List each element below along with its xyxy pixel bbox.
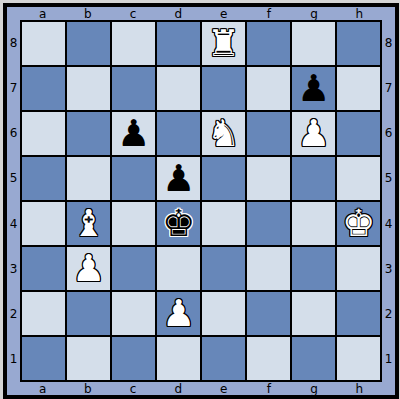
rank-label-1: 1 xyxy=(385,337,393,382)
square-e1[interactable] xyxy=(202,337,245,380)
square-c8[interactable] xyxy=(112,22,155,65)
square-d7[interactable] xyxy=(157,67,200,110)
square-h5[interactable] xyxy=(337,157,380,200)
square-g4[interactable] xyxy=(292,202,335,245)
square-g3[interactable] xyxy=(292,247,335,290)
rank-label-6: 6 xyxy=(385,111,393,156)
coordinate-band: abcdefgh 87654321 ♜♟♟♞♟♟♝♚♚♟♟ 87654321 a… xyxy=(7,7,395,395)
piece-white-pawn: ♟ xyxy=(72,250,105,287)
file-label-f: f xyxy=(246,383,291,395)
file-label-e: e xyxy=(201,8,246,20)
rank-labels-right: 87654321 xyxy=(382,20,395,382)
square-b5[interactable] xyxy=(67,157,110,200)
square-a6[interactable] xyxy=(22,112,65,155)
square-e6[interactable]: ♞ xyxy=(202,112,245,155)
square-a1[interactable] xyxy=(22,337,65,380)
square-h4[interactable]: ♚ xyxy=(337,202,380,245)
rank-label-4: 4 xyxy=(385,201,393,246)
square-b7[interactable] xyxy=(67,67,110,110)
square-b6[interactable] xyxy=(67,112,110,155)
square-f5[interactable] xyxy=(247,157,290,200)
square-g7[interactable]: ♟ xyxy=(292,67,335,110)
piece-white-king: ♚ xyxy=(342,205,375,242)
file-label-e: e xyxy=(201,383,246,395)
square-d1[interactable] xyxy=(157,337,200,380)
rank-label-8: 8 xyxy=(385,20,393,65)
file-label-f: f xyxy=(246,8,291,20)
square-h3[interactable] xyxy=(337,247,380,290)
piece-white-bishop: ♝ xyxy=(72,205,105,242)
square-f2[interactable] xyxy=(247,292,290,335)
rank-label-6: 6 xyxy=(10,111,18,156)
rank-label-8: 8 xyxy=(10,20,18,65)
chessboard: ♜♟♟♞♟♟♝♚♚♟♟ xyxy=(20,20,382,382)
rank-labels-left: 87654321 xyxy=(7,20,20,382)
square-e3[interactable] xyxy=(202,247,245,290)
square-d8[interactable] xyxy=(157,22,200,65)
file-labels-bottom: abcdefgh xyxy=(20,382,382,395)
square-a2[interactable] xyxy=(22,292,65,335)
rank-label-7: 7 xyxy=(10,65,18,110)
piece-white-rook: ♜ xyxy=(207,25,240,62)
square-g8[interactable] xyxy=(292,22,335,65)
rank-label-4: 4 xyxy=(10,201,18,246)
square-a7[interactable] xyxy=(22,67,65,110)
rank-label-3: 3 xyxy=(10,246,18,291)
file-label-d: d xyxy=(156,8,201,20)
file-label-a: a xyxy=(20,383,65,395)
rank-label-2: 2 xyxy=(385,292,393,337)
square-b1[interactable] xyxy=(67,337,110,380)
square-d6[interactable] xyxy=(157,112,200,155)
square-d5[interactable]: ♟ xyxy=(157,157,200,200)
diagram-frame: abcdefgh 87654321 ♜♟♟♞♟♟♝♚♚♟♟ 87654321 a… xyxy=(3,3,399,399)
file-label-b: b xyxy=(65,383,110,395)
file-labels-top: abcdefgh xyxy=(20,7,382,20)
piece-white-pawn: ♟ xyxy=(297,115,330,152)
square-f7[interactable] xyxy=(247,67,290,110)
file-label-g: g xyxy=(292,383,337,395)
square-g2[interactable] xyxy=(292,292,335,335)
square-g5[interactable] xyxy=(292,157,335,200)
square-e7[interactable] xyxy=(202,67,245,110)
rank-label-1: 1 xyxy=(10,337,18,382)
square-a3[interactable] xyxy=(22,247,65,290)
square-d4[interactable]: ♚ xyxy=(157,202,200,245)
file-label-h: h xyxy=(337,383,382,395)
square-a5[interactable] xyxy=(22,157,65,200)
square-f1[interactable] xyxy=(247,337,290,380)
square-c1[interactable] xyxy=(112,337,155,380)
file-label-b: b xyxy=(65,8,110,20)
square-d2[interactable]: ♟ xyxy=(157,292,200,335)
square-c5[interactable] xyxy=(112,157,155,200)
square-h7[interactable] xyxy=(337,67,380,110)
square-a8[interactable] xyxy=(22,22,65,65)
square-f6[interactable] xyxy=(247,112,290,155)
square-c4[interactable] xyxy=(112,202,155,245)
file-label-d: d xyxy=(156,383,201,395)
square-b2[interactable] xyxy=(67,292,110,335)
square-e2[interactable] xyxy=(202,292,245,335)
piece-black-king: ♚ xyxy=(162,205,195,242)
square-h6[interactable] xyxy=(337,112,380,155)
square-c3[interactable] xyxy=(112,247,155,290)
square-c6[interactable]: ♟ xyxy=(112,112,155,155)
piece-white-pawn: ♟ xyxy=(162,295,195,332)
rank-label-3: 3 xyxy=(385,246,393,291)
piece-black-pawn: ♟ xyxy=(117,115,150,152)
square-h8[interactable] xyxy=(337,22,380,65)
piece-white-knight: ♞ xyxy=(207,115,240,152)
rank-label-5: 5 xyxy=(385,156,393,201)
file-label-g: g xyxy=(292,8,337,20)
file-label-c: c xyxy=(111,383,156,395)
square-e8[interactable]: ♜ xyxy=(202,22,245,65)
square-g1[interactable] xyxy=(292,337,335,380)
rank-label-2: 2 xyxy=(10,292,18,337)
diagram-outer-rim: abcdefgh 87654321 ♜♟♟♞♟♟♝♚♚♟♟ 87654321 a… xyxy=(0,0,400,399)
square-f3[interactable] xyxy=(247,247,290,290)
square-g6[interactable]: ♟ xyxy=(292,112,335,155)
rank-label-7: 7 xyxy=(385,65,393,110)
rank-label-5: 5 xyxy=(10,156,18,201)
square-d3[interactable] xyxy=(157,247,200,290)
square-h2[interactable] xyxy=(337,292,380,335)
square-b3[interactable]: ♟ xyxy=(67,247,110,290)
square-f4[interactable] xyxy=(247,202,290,245)
square-e5[interactable] xyxy=(202,157,245,200)
square-b4[interactable]: ♝ xyxy=(67,202,110,245)
square-f8[interactable] xyxy=(247,22,290,65)
square-c7[interactable] xyxy=(112,67,155,110)
file-label-a: a xyxy=(20,8,65,20)
square-b8[interactable] xyxy=(67,22,110,65)
square-e4[interactable] xyxy=(202,202,245,245)
square-c2[interactable] xyxy=(112,292,155,335)
piece-black-pawn: ♟ xyxy=(162,160,195,197)
square-a4[interactable] xyxy=(22,202,65,245)
square-h1[interactable] xyxy=(337,337,380,380)
file-label-h: h xyxy=(337,8,382,20)
piece-black-pawn: ♟ xyxy=(297,70,330,107)
file-label-c: c xyxy=(111,8,156,20)
